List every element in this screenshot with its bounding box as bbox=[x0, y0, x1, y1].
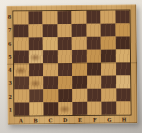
square-c1[interactable] bbox=[43, 102, 58, 115]
file-label-h: H bbox=[117, 115, 132, 123]
square-b4[interactable] bbox=[28, 63, 43, 76]
square-h1[interactable] bbox=[116, 101, 131, 114]
file-label-e: E bbox=[73, 116, 88, 124]
square-c3[interactable] bbox=[43, 76, 58, 89]
square-g1[interactable] bbox=[101, 102, 116, 115]
photo-background: 87654321 ABCDEFGH bbox=[0, 0, 142, 133]
square-e7[interactable] bbox=[72, 24, 87, 37]
square-h5[interactable] bbox=[115, 49, 130, 62]
file-labels: ABCDEFGH bbox=[14, 115, 132, 124]
square-d5[interactable] bbox=[57, 50, 72, 63]
square-h6[interactable] bbox=[115, 36, 130, 49]
square-d6[interactable] bbox=[57, 37, 72, 50]
square-e2[interactable] bbox=[72, 89, 87, 102]
square-a2[interactable] bbox=[14, 89, 29, 102]
square-a4[interactable] bbox=[14, 63, 29, 76]
square-h7[interactable] bbox=[115, 23, 130, 36]
square-d2[interactable] bbox=[58, 89, 73, 102]
square-a5[interactable] bbox=[14, 50, 29, 63]
square-b6[interactable] bbox=[28, 37, 43, 50]
square-f6[interactable] bbox=[86, 37, 101, 50]
square-g3[interactable] bbox=[101, 76, 116, 89]
square-g7[interactable] bbox=[101, 24, 116, 37]
square-f2[interactable] bbox=[87, 89, 102, 102]
square-h2[interactable] bbox=[116, 88, 131, 101]
file-label-c: C bbox=[43, 116, 58, 124]
square-b1[interactable] bbox=[29, 102, 44, 115]
square-e5[interactable] bbox=[72, 50, 87, 63]
file-label-f: F bbox=[87, 116, 102, 124]
square-g5[interactable] bbox=[101, 50, 116, 63]
file-label-d: D bbox=[58, 116, 73, 124]
square-e8[interactable] bbox=[71, 11, 86, 24]
square-a7[interactable] bbox=[14, 24, 29, 37]
square-c2[interactable] bbox=[43, 89, 58, 102]
square-c6[interactable] bbox=[43, 37, 58, 50]
square-f1[interactable] bbox=[87, 102, 102, 115]
square-e3[interactable] bbox=[72, 76, 87, 89]
square-e4[interactable] bbox=[72, 63, 87, 76]
square-b8[interactable] bbox=[28, 11, 43, 24]
square-c4[interactable] bbox=[43, 63, 58, 76]
square-b2[interactable] bbox=[29, 89, 44, 102]
chess-board: 87654321 ABCDEFGH bbox=[6, 4, 137, 124]
square-a8[interactable] bbox=[13, 11, 28, 24]
square-a6[interactable] bbox=[14, 37, 29, 50]
square-c5[interactable] bbox=[43, 50, 58, 63]
square-d1[interactable] bbox=[58, 102, 73, 115]
square-g2[interactable] bbox=[101, 89, 116, 102]
square-f3[interactable] bbox=[87, 76, 102, 89]
square-c8[interactable] bbox=[42, 11, 57, 24]
square-e1[interactable] bbox=[72, 102, 87, 115]
square-d3[interactable] bbox=[58, 76, 73, 89]
square-g4[interactable] bbox=[101, 63, 116, 76]
square-g6[interactable] bbox=[101, 37, 116, 50]
square-b5[interactable] bbox=[28, 50, 43, 63]
square-b3[interactable] bbox=[29, 76, 44, 89]
square-f8[interactable] bbox=[86, 11, 101, 24]
square-b7[interactable] bbox=[28, 24, 43, 37]
square-d4[interactable] bbox=[57, 63, 72, 76]
square-h4[interactable] bbox=[115, 62, 130, 75]
square-h3[interactable] bbox=[116, 75, 131, 88]
square-f7[interactable] bbox=[86, 24, 101, 37]
file-label-g: G bbox=[102, 116, 117, 124]
square-e6[interactable] bbox=[72, 37, 87, 50]
square-a1[interactable] bbox=[14, 102, 29, 115]
file-label-a: A bbox=[14, 116, 29, 124]
square-g8[interactable] bbox=[100, 11, 115, 24]
square-a3[interactable] bbox=[14, 76, 29, 89]
square-c7[interactable] bbox=[43, 24, 58, 37]
square-d8[interactable] bbox=[57, 11, 72, 24]
square-d7[interactable] bbox=[57, 24, 72, 37]
square-f4[interactable] bbox=[86, 63, 101, 76]
file-label-b: B bbox=[28, 116, 43, 124]
square-f5[interactable] bbox=[86, 50, 101, 63]
square-h8[interactable] bbox=[115, 10, 130, 23]
